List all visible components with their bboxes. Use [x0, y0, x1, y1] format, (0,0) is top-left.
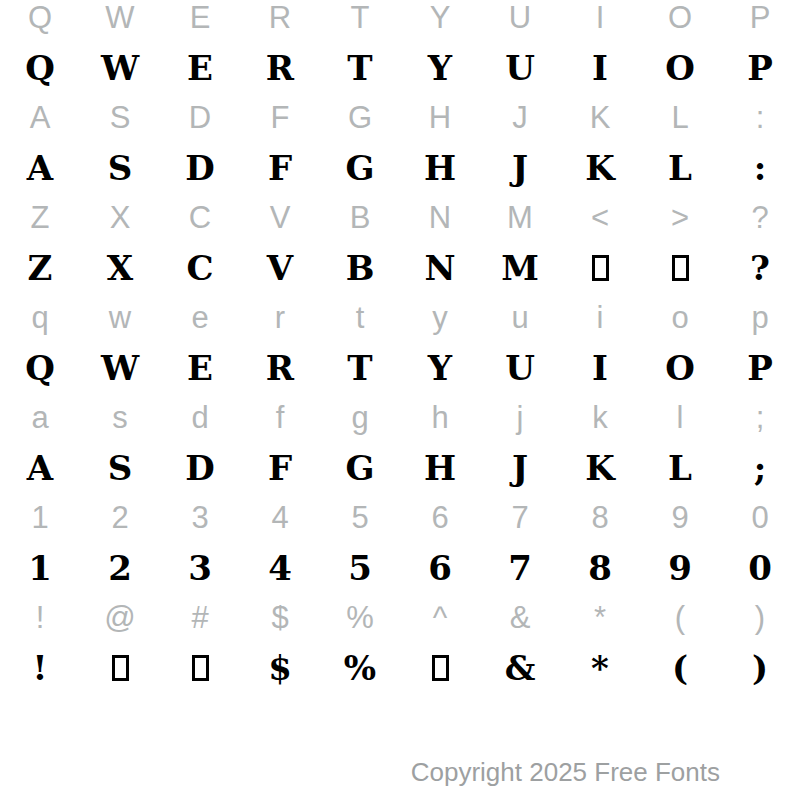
- specimen-row-3: ASDFGHJKL:: [0, 93, 800, 143]
- specimen-row-12: 1234567890: [0, 543, 800, 593]
- glyph-cell: K: [585, 443, 615, 493]
- glyph-cell: &: [505, 643, 536, 693]
- glyph-cell: U: [505, 43, 535, 93]
- glyph-cell: !: [36, 593, 45, 643]
- glyph-cell: C: [189, 193, 211, 243]
- glyph-cell: H: [424, 443, 456, 493]
- glyph-cell: U: [505, 343, 535, 393]
- glyph-cell: M: [507, 193, 533, 243]
- glyph-cell: D: [185, 143, 214, 193]
- glyph-cell: j: [517, 393, 524, 443]
- glyph-cell: t: [356, 293, 365, 343]
- glyph-cell: l: [677, 393, 684, 443]
- specimen-row-1: QWERTYUIOP: [0, 0, 800, 43]
- glyph-cell: A: [30, 93, 51, 143]
- glyph-cell: 5: [348, 543, 372, 593]
- glyph-cell: L: [668, 443, 692, 493]
- glyph-cell: 1: [28, 543, 52, 593]
- glyph-cell: C: [186, 243, 213, 293]
- glyph-cell: 5: [351, 493, 368, 543]
- glyph-cell: P: [747, 343, 773, 393]
- glyph-cell: 4: [268, 543, 292, 593]
- glyph-cell: 8: [591, 493, 608, 543]
- glyph-cell: H: [429, 93, 451, 143]
- glyph-cell: V: [270, 193, 291, 243]
- glyph-cell: ^: [433, 593, 448, 643]
- glyph-cell: T: [347, 43, 372, 93]
- glyph-cell: J: [512, 143, 528, 193]
- glyph-cell: p: [751, 293, 768, 343]
- specimen-row-11: 1234567890: [0, 493, 800, 543]
- glyph-cell: *: [591, 643, 609, 693]
- glyph-cell: Y: [430, 0, 451, 43]
- copyright-text: Copyright 2025 Free Fonts: [411, 757, 720, 788]
- glyph-cell: ?: [750, 243, 770, 293]
- glyph-cell: q: [31, 293, 48, 343]
- glyph-cell: ): [755, 593, 765, 643]
- glyph-cell: V: [267, 243, 293, 293]
- glyph-cell: 3: [191, 493, 208, 543]
- glyph-cell: R: [266, 343, 294, 393]
- glyph-cell: S: [108, 443, 133, 493]
- specimen-row-13: !@#$%^&*(): [0, 593, 800, 643]
- glyph-cell: T: [351, 0, 370, 43]
- glyph-cell: 9: [668, 543, 692, 593]
- glyph-cell: Z: [31, 193, 50, 243]
- glyph-cell: S: [108, 143, 133, 193]
- glyph-cell: 6: [431, 493, 448, 543]
- glyph-cell: ;: [754, 443, 767, 493]
- glyph-cell: I: [592, 43, 608, 93]
- glyph-cell: M: [501, 243, 539, 293]
- glyph-cell: g: [351, 393, 368, 443]
- glyph-cell: J: [512, 443, 528, 493]
- glyph-cell: E: [187, 343, 213, 393]
- glyph-cell: y: [432, 293, 448, 343]
- glyph-cell: Y: [428, 43, 452, 93]
- glyph-cell: i: [597, 293, 604, 343]
- glyph-cell: A: [27, 143, 53, 193]
- glyph-cell: #: [191, 593, 208, 643]
- glyph-cell: 4: [271, 493, 288, 543]
- glyph-cell: w: [109, 293, 131, 343]
- glyph-cell: A: [27, 443, 53, 493]
- glyph-cell: F: [268, 443, 292, 493]
- glyph-cell: I: [592, 343, 608, 393]
- glyph-cell: X: [110, 193, 131, 243]
- glyph-cell: Y: [428, 343, 452, 393]
- glyph-cell: G: [345, 443, 374, 493]
- glyph-cell: 7: [511, 493, 528, 543]
- specimen-row-10: ASDFGHJKL;: [0, 443, 800, 493]
- glyph-cell: %: [346, 593, 374, 643]
- glyph-cell: 7: [508, 543, 532, 593]
- missing-glyph-box: [432, 655, 449, 681]
- glyph-cell: D: [189, 93, 211, 143]
- glyph-cell: E: [190, 0, 211, 43]
- glyph-cell: !: [33, 643, 48, 693]
- glyph-cell: *: [594, 593, 606, 643]
- glyph-cell: o: [671, 293, 688, 343]
- specimen-row-14: !$%&*(): [0, 643, 800, 693]
- missing-glyph-box: [592, 255, 609, 281]
- specimen-row-2: QWERTYUIOP: [0, 43, 800, 93]
- glyph-cell: G: [345, 143, 374, 193]
- glyph-cell: F: [268, 143, 292, 193]
- glyph-cell: 6: [428, 543, 452, 593]
- glyph-cell: %: [344, 643, 376, 693]
- glyph-cell: 3: [188, 543, 212, 593]
- glyph-cell: 1: [31, 493, 48, 543]
- glyph-cell: T: [347, 343, 372, 393]
- specimen-row-4: ASDFGHJKL:: [0, 143, 800, 193]
- glyph-cell: R: [266, 43, 294, 93]
- glyph-cell: $: [268, 643, 292, 693]
- glyph-cell: 0: [748, 543, 772, 593]
- glyph-cell: H: [424, 143, 456, 193]
- glyph-cell: W: [101, 343, 139, 393]
- glyph-cell: P: [750, 0, 771, 43]
- glyph-cell: :: [756, 93, 765, 143]
- glyph-cell: U: [509, 0, 531, 43]
- glyph-cell: $: [271, 593, 288, 643]
- glyph-cell: a: [31, 393, 48, 443]
- glyph-cell: <: [591, 193, 609, 243]
- font-specimen-grid: QWERTYUIOPQWERTYUIOPASDFGHJKL:ASDFGHJKL:…: [0, 0, 800, 800]
- glyph-cell: N: [429, 193, 451, 243]
- glyph-cell: B: [346, 243, 375, 293]
- glyph-cell: N: [424, 243, 455, 293]
- glyph-cell: J: [512, 93, 528, 143]
- glyph-cell: G: [348, 93, 372, 143]
- glyph-cell: &: [510, 593, 531, 643]
- glyph-cell: S: [110, 93, 131, 143]
- glyph-cell: d: [191, 393, 208, 443]
- glyph-cell: I: [596, 0, 605, 43]
- glyph-cell: (: [675, 593, 685, 643]
- glyph-cell: (: [672, 643, 688, 693]
- glyph-cell: O: [665, 43, 695, 93]
- glyph-cell: L: [668, 143, 692, 193]
- glyph-cell: F: [271, 93, 290, 143]
- glyph-cell: Q: [25, 43, 55, 93]
- missing-glyph-box: [112, 655, 129, 681]
- glyph-cell: O: [668, 0, 692, 43]
- glyph-cell: :: [754, 143, 767, 193]
- glyph-cell: W: [105, 0, 134, 43]
- glyph-cell: Q: [28, 0, 52, 43]
- glyph-cell: r: [275, 293, 285, 343]
- glyph-cell: >: [671, 193, 689, 243]
- glyph-cell: B: [350, 193, 371, 243]
- glyph-cell: R: [269, 0, 291, 43]
- specimen-row-5: ZXCVBNM<>?: [0, 193, 800, 243]
- glyph-cell: Q: [25, 343, 55, 393]
- specimen-row-7: qwertyuiop: [0, 293, 800, 343]
- glyph-cell: E: [187, 43, 213, 93]
- missing-glyph-box: [192, 655, 209, 681]
- glyph-cell: Z: [28, 243, 53, 293]
- glyph-cell: f: [276, 393, 285, 443]
- glyph-cell: k: [592, 393, 608, 443]
- glyph-cell: 0: [751, 493, 768, 543]
- specimen-row-6: ZXCVBNM?: [0, 243, 800, 293]
- glyph-cell: @: [104, 593, 135, 643]
- glyph-cell: e: [191, 293, 208, 343]
- glyph-cell: ?: [751, 193, 768, 243]
- glyph-cell: K: [590, 93, 611, 143]
- specimen-row-8: QWERTYUIOP: [0, 343, 800, 393]
- glyph-cell: L: [671, 93, 688, 143]
- glyph-cell: W: [101, 43, 139, 93]
- glyph-cell: O: [665, 343, 695, 393]
- glyph-cell: D: [185, 443, 214, 493]
- glyph-cell: h: [431, 393, 448, 443]
- glyph-cell: u: [511, 293, 528, 343]
- glyph-cell: 8: [588, 543, 612, 593]
- glyph-cell: P: [747, 43, 773, 93]
- glyph-cell: K: [585, 143, 615, 193]
- glyph-cell: ;: [756, 393, 765, 443]
- glyph-cell: 2: [108, 543, 132, 593]
- glyph-cell: 9: [671, 493, 688, 543]
- missing-glyph-box: [672, 255, 689, 281]
- specimen-row-9: asdfghjkl;: [0, 393, 800, 443]
- glyph-cell: X: [107, 243, 133, 293]
- glyph-cell: ): [752, 643, 768, 693]
- glyph-cell: 2: [111, 493, 128, 543]
- glyph-cell: s: [112, 393, 128, 443]
